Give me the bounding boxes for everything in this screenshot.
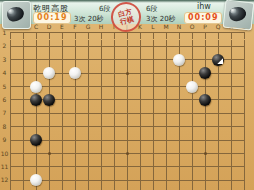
board-intersection[interactable]: [69, 160, 82, 173]
board-intersection[interactable]: [17, 80, 30, 93]
board-intersection[interactable]: [225, 133, 238, 146]
board-intersection[interactable]: [43, 80, 56, 93]
board-intersection[interactable]: [43, 133, 56, 146]
board-intersection[interactable]: [95, 133, 108, 146]
white-stone: [69, 67, 81, 79]
board-intersection[interactable]: [186, 93, 199, 106]
board-intersection[interactable]: [30, 120, 43, 133]
board-intersection[interactable]: [238, 160, 251, 173]
board-intersection[interactable]: [238, 133, 251, 146]
board-intersection[interactable]: [108, 147, 121, 160]
board-intersection[interactable]: [173, 120, 186, 133]
board-intersection[interactable]: [69, 66, 82, 79]
board-intersection[interactable]: [95, 80, 108, 93]
board-intersection[interactable]: [225, 80, 238, 93]
board-intersection[interactable]: [121, 93, 134, 106]
board-intersection[interactable]: [121, 107, 134, 120]
board-intersection[interactable]: [238, 66, 251, 79]
board-intersection[interactable]: [95, 93, 108, 106]
board-intersection[interactable]: [95, 120, 108, 133]
board-intersection[interactable]: [147, 80, 160, 93]
board-intersection[interactable]: [43, 66, 56, 79]
board-intersection[interactable]: [17, 53, 30, 66]
board-intersection[interactable]: [160, 147, 173, 160]
board-intersection[interactable]: [173, 147, 186, 160]
board-intersection[interactable]: [212, 40, 225, 53]
board-intersection[interactable]: [199, 107, 212, 120]
board-intersection[interactable]: [95, 53, 108, 66]
board-intersection[interactable]: [121, 66, 134, 79]
board-intersection[interactable]: [17, 93, 30, 106]
board-intersection[interactable]: [173, 66, 186, 79]
board-intersection[interactable]: [134, 107, 147, 120]
board-intersection[interactable]: [17, 133, 30, 146]
seal-line2: 行棋: [119, 15, 135, 26]
board-intersection[interactable]: [186, 107, 199, 120]
board-intersection[interactable]: [17, 147, 30, 160]
board-intersection[interactable]: [134, 133, 147, 146]
board-intersection[interactable]: [108, 120, 121, 133]
board-intersection[interactable]: [225, 160, 238, 173]
board-intersection[interactable]: [17, 66, 30, 79]
star-point: [126, 72, 129, 75]
star-point: [126, 152, 129, 155]
row-label: 1: [0, 29, 9, 36]
board-intersection[interactable]: [160, 40, 173, 53]
board-intersection[interactable]: [30, 147, 43, 160]
board-intersection[interactable]: [56, 40, 69, 53]
column-label: N: [173, 23, 186, 30]
board-intersection[interactable]: [173, 174, 186, 187]
board-intersection[interactable]: [199, 160, 212, 173]
board-intersection[interactable]: [17, 107, 30, 120]
black-stone: [199, 67, 211, 79]
board-intersection[interactable]: [199, 120, 212, 133]
board-intersection[interactable]: [173, 80, 186, 93]
black-stone: [30, 134, 42, 146]
column-label: D: [43, 23, 56, 30]
board-intersection[interactable]: [186, 66, 199, 79]
board-intersection[interactable]: [212, 133, 225, 146]
white-stone: [173, 54, 185, 66]
board-intersection[interactable]: [69, 93, 82, 106]
board-intersection[interactable]: [43, 53, 56, 66]
board-intersection[interactable]: [160, 160, 173, 173]
board-intersection[interactable]: [56, 174, 69, 187]
board-intersection[interactable]: [43, 40, 56, 53]
board-intersection[interactable]: [186, 120, 199, 133]
board-intersection[interactable]: [147, 93, 160, 106]
avatar-image-icon: [5, 5, 25, 24]
board-intersection[interactable]: [43, 160, 56, 173]
board-intersection[interactable]: [147, 40, 160, 53]
column-label: P: [199, 23, 212, 30]
board-intersection[interactable]: [147, 174, 160, 187]
board-intersection[interactable]: [147, 66, 160, 79]
board-intersection[interactable]: [56, 133, 69, 146]
column-label: H: [95, 23, 108, 30]
right-player-timer: 00:09: [184, 12, 222, 24]
board-intersection[interactable]: [69, 107, 82, 120]
board-intersection[interactable]: [82, 174, 95, 187]
board-intersection[interactable]: [225, 66, 238, 79]
board-intersection[interactable]: [199, 133, 212, 146]
board-intersection[interactable]: [173, 107, 186, 120]
board-intersection[interactable]: [160, 93, 173, 106]
board-intersection[interactable]: [121, 147, 134, 160]
board-intersection[interactable]: [56, 120, 69, 133]
black-stone: [30, 94, 42, 106]
row-label: 9: [0, 136, 9, 143]
board-intersection[interactable]: [108, 174, 121, 187]
board-intersection[interactable]: [69, 40, 82, 53]
board-intersection[interactable]: [147, 53, 160, 66]
board-intersection[interactable]: [212, 80, 225, 93]
board-clipped-lines: [4, 187, 251, 190]
board-intersection[interactable]: [160, 107, 173, 120]
board-intersection[interactable]: [134, 80, 147, 93]
board-intersection[interactable]: [186, 40, 199, 53]
board-intersection[interactable]: [95, 147, 108, 160]
board-intersection[interactable]: [238, 147, 251, 160]
board-intersection[interactable]: [134, 120, 147, 133]
last-move-marker-icon: [217, 58, 223, 64]
board-intersection[interactable]: [147, 160, 160, 173]
right-player-rank: 6段: [146, 4, 157, 14]
white-stone: [30, 81, 42, 93]
board-intersection[interactable]: [160, 66, 173, 79]
board-intersection[interactable]: [108, 133, 121, 146]
board-intersection[interactable]: [134, 40, 147, 53]
board-intersection[interactable]: [238, 80, 251, 93]
board-intersection[interactable]: [108, 66, 121, 79]
board-intersection[interactable]: [95, 66, 108, 79]
board-intersection[interactable]: [82, 160, 95, 173]
board-intersection[interactable]: [82, 120, 95, 133]
column-label: L: [147, 23, 160, 30]
white-stone: [30, 174, 42, 186]
board-intersection[interactable]: [82, 53, 95, 66]
board-intersection[interactable]: [225, 120, 238, 133]
board-intersection[interactable]: [30, 160, 43, 173]
black-stone: [43, 94, 55, 106]
board-intersection[interactable]: [238, 53, 251, 66]
row-label: 10: [0, 150, 9, 157]
row-label: 5: [0, 83, 9, 90]
board-intersection[interactable]: [212, 53, 225, 66]
board-intersection[interactable]: [212, 160, 225, 173]
board-intersection[interactable]: [160, 174, 173, 187]
board-intersection[interactable]: [30, 174, 43, 187]
board-intersection[interactable]: [69, 147, 82, 160]
star-point: [204, 152, 207, 155]
board-intersection[interactable]: [82, 147, 95, 160]
board-intersection[interactable]: [199, 53, 212, 66]
board-intersection[interactable]: [199, 147, 212, 160]
board-intersection[interactable]: [43, 174, 56, 187]
row-label: 12: [0, 176, 9, 183]
column-label: C: [30, 23, 43, 30]
board-intersection[interactable]: [69, 120, 82, 133]
row-label: 4: [0, 69, 9, 76]
board-intersection[interactable]: [108, 160, 121, 173]
board-intersection[interactable]: [56, 160, 69, 173]
board-intersection[interactable]: [121, 53, 134, 66]
row-label: 8: [0, 123, 9, 130]
board-intersection[interactable]: [134, 147, 147, 160]
board-intersection[interactable]: [121, 40, 134, 53]
board-intersection[interactable]: [225, 93, 238, 106]
board-intersection[interactable]: [212, 93, 225, 106]
board-intersection[interactable]: [147, 147, 160, 160]
board-intersection[interactable]: [212, 174, 225, 187]
row-label: 2: [0, 42, 9, 49]
board-intersection[interactable]: [95, 174, 108, 187]
row-label: 3: [0, 56, 9, 63]
board-intersection[interactable]: [212, 147, 225, 160]
board-intersection[interactable]: [108, 53, 121, 66]
row-label: 11: [0, 163, 9, 170]
board-intersection[interactable]: [30, 66, 43, 79]
board-intersection[interactable]: [238, 93, 251, 106]
white-stone: [186, 81, 198, 93]
avatar-image-highlight-icon: [8, 9, 14, 14]
column-label: F: [69, 23, 82, 30]
left-player-timer: 00:19: [33, 12, 71, 24]
board-intersection[interactable]: [121, 174, 134, 187]
row-label: 6: [0, 96, 9, 103]
board-intersection[interactable]: [82, 40, 95, 53]
board-intersection[interactable]: [69, 80, 82, 93]
board-intersection[interactable]: [134, 93, 147, 106]
board-intersection[interactable]: [225, 147, 238, 160]
board-intersection[interactable]: [147, 133, 160, 146]
board-intersection[interactable]: [121, 120, 134, 133]
board-intersection[interactable]: [147, 120, 160, 133]
board-intersection[interactable]: [160, 80, 173, 93]
board-intersection[interactable]: [43, 147, 56, 160]
board-intersection[interactable]: [173, 93, 186, 106]
board-intersection[interactable]: [56, 93, 69, 106]
board-intersection[interactable]: [199, 93, 212, 106]
board-intersection[interactable]: [121, 80, 134, 93]
board-intersection[interactable]: [199, 40, 212, 53]
column-label: E: [56, 23, 69, 30]
board-intersection[interactable]: [121, 160, 134, 173]
left-player-byoyomi: 3次 20秒: [74, 14, 104, 24]
row-label: 7: [0, 109, 9, 116]
board-intersection[interactable]: [30, 107, 43, 120]
board-intersection[interactable]: [225, 174, 238, 187]
board-intersection[interactable]: [134, 53, 147, 66]
board-intersection[interactable]: [225, 53, 238, 66]
board-intersection[interactable]: [69, 174, 82, 187]
left-player-rank: 6段: [99, 4, 110, 14]
board-intersection[interactable]: [212, 120, 225, 133]
board-intersection[interactable]: [69, 53, 82, 66]
board-intersection[interactable]: [43, 107, 56, 120]
go-app-screen: 乾明高股 6段 00:19 3次 20秒 6段 3次 20秒 00:09 ihw…: [0, 0, 254, 190]
black-stone: [199, 94, 211, 106]
board-intersection[interactable]: [56, 107, 69, 120]
board-intersection[interactable]: [30, 40, 43, 53]
right-player-byoyomi: 3次 20秒: [146, 14, 176, 24]
board-intersection[interactable]: [108, 107, 121, 120]
star-point: [48, 152, 51, 155]
board-intersection[interactable]: [186, 160, 199, 173]
board-intersection[interactable]: [212, 66, 225, 79]
board-intersection[interactable]: [225, 40, 238, 53]
board-intersection[interactable]: [95, 107, 108, 120]
board-intersection[interactable]: [82, 133, 95, 146]
board-intersection[interactable]: [186, 174, 199, 187]
board-intersection[interactable]: [199, 80, 212, 93]
board-intersection[interactable]: [173, 53, 186, 66]
board-intersection[interactable]: [199, 66, 212, 79]
board-intersection[interactable]: [56, 66, 69, 79]
go-board: [4, 26, 251, 187]
board-intersection[interactable]: [95, 160, 108, 173]
board-intersection[interactable]: [82, 93, 95, 106]
board-intersection[interactable]: [56, 80, 69, 93]
column-label: O: [186, 23, 199, 30]
black-stone: [212, 54, 224, 66]
white-stone: [43, 67, 55, 79]
board-intersection[interactable]: [30, 93, 43, 106]
right-player-name: ihw: [197, 2, 211, 11]
board-intersection[interactable]: [134, 174, 147, 187]
board-intersection[interactable]: [82, 66, 95, 79]
board-intersection[interactable]: [121, 133, 134, 146]
board-intersection[interactable]: [56, 147, 69, 160]
board-intersection[interactable]: [186, 133, 199, 146]
board-intersection[interactable]: [225, 107, 238, 120]
board-intersection[interactable]: [30, 53, 43, 66]
board-intersection[interactable]: [160, 53, 173, 66]
board-intersection[interactable]: [69, 133, 82, 146]
board-intersection[interactable]: [160, 133, 173, 146]
board-intersection[interactable]: [56, 53, 69, 66]
board-intersection[interactable]: [17, 174, 30, 187]
board-intersection[interactable]: [147, 107, 160, 120]
board-intersection[interactable]: [186, 80, 199, 93]
board-intersection[interactable]: [108, 93, 121, 106]
board-intersection[interactable]: [173, 160, 186, 173]
right-player-avatar[interactable]: [223, 0, 254, 30]
board-intersection[interactable]: [212, 107, 225, 120]
board-intersection[interactable]: [173, 133, 186, 146]
board-intersection[interactable]: [186, 147, 199, 160]
board-intersection[interactable]: [108, 40, 121, 53]
board-intersection[interactable]: [43, 120, 56, 133]
board-intersection[interactable]: [134, 160, 147, 173]
board-intersection[interactable]: [160, 120, 173, 133]
board-intersection[interactable]: [17, 120, 30, 133]
board-intersection[interactable]: [199, 174, 212, 187]
board-intersection[interactable]: [173, 40, 186, 53]
board-intersection[interactable]: [43, 93, 56, 106]
board-intersection[interactable]: [238, 174, 251, 187]
board-intersection[interactable]: [134, 66, 147, 79]
column-label: G: [82, 23, 95, 30]
board-intersection[interactable]: [186, 53, 199, 66]
column-label: M: [160, 23, 173, 30]
board-intersection[interactable]: [17, 160, 30, 173]
board-intersection[interactable]: [108, 80, 121, 93]
board-intersection[interactable]: [238, 120, 251, 133]
board-intersection[interactable]: [30, 133, 43, 146]
board-intersection[interactable]: [238, 40, 251, 53]
board-intersection[interactable]: [17, 40, 30, 53]
board-intersection[interactable]: [82, 80, 95, 93]
left-player-avatar[interactable]: [2, 1, 31, 29]
board-intersection[interactable]: [82, 107, 95, 120]
board-intersection[interactable]: [238, 107, 251, 120]
board-intersection[interactable]: [30, 80, 43, 93]
board-intersection[interactable]: [95, 40, 108, 53]
